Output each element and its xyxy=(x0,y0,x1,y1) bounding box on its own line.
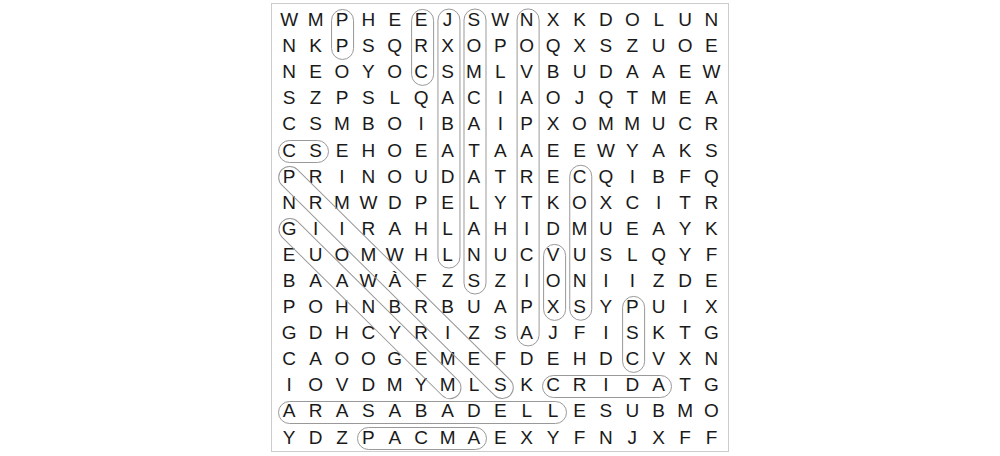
grid-cell[interactable]: M xyxy=(434,346,460,372)
grid-cell[interactable]: H xyxy=(566,346,592,372)
grid-cell[interactable]: V xyxy=(645,346,671,372)
grid-cell[interactable]: C xyxy=(355,320,381,346)
grid-cell[interactable]: N xyxy=(276,190,302,216)
grid-cell[interactable]: D xyxy=(593,346,619,372)
grid-cell[interactable]: S xyxy=(593,398,619,424)
grid-cell[interactable]: U xyxy=(645,33,671,59)
grid-cell[interactable]: I xyxy=(619,164,645,190)
grid-cell[interactable]: A xyxy=(698,85,724,111)
grid-cell[interactable]: L xyxy=(434,216,460,242)
grid-cell[interactable]: X xyxy=(434,33,460,59)
grid-cell[interactable]: C xyxy=(408,59,434,85)
grid-cell[interactable]: V xyxy=(540,242,566,268)
grid-cell[interactable]: R xyxy=(408,33,434,59)
grid-cell[interactable]: U xyxy=(461,294,487,320)
grid-cell[interactable]: C xyxy=(461,85,487,111)
grid-cell[interactable]: Y xyxy=(408,372,434,398)
grid-cell[interactable]: L xyxy=(619,242,645,268)
grid-cell[interactable]: H xyxy=(408,216,434,242)
grid-cell[interactable]: F xyxy=(672,164,698,190)
grid-cell[interactable]: T xyxy=(672,320,698,346)
grid-cell[interactable]: Q xyxy=(593,164,619,190)
grid-cell[interactable]: I xyxy=(487,85,513,111)
grid-cell[interactable]: S xyxy=(593,33,619,59)
grid-cell[interactable]: N xyxy=(276,59,302,85)
grid-cell[interactable]: G xyxy=(276,216,302,242)
grid-cell[interactable]: O xyxy=(382,59,408,85)
grid-cell[interactable]: I xyxy=(329,216,355,242)
grid-cell[interactable]: P xyxy=(329,7,355,33)
grid-cell[interactable]: K xyxy=(566,7,592,33)
grid-cell[interactable]: N xyxy=(698,346,724,372)
grid-cell[interactable]: M xyxy=(645,85,671,111)
grid-cell[interactable]: M xyxy=(672,398,698,424)
grid-cell[interactable]: O xyxy=(619,7,645,33)
grid-cell[interactable]: M xyxy=(461,59,487,85)
grid-cell[interactable]: Q xyxy=(540,33,566,59)
grid-cell[interactable]: O xyxy=(382,164,408,190)
grid-cell[interactable]: A xyxy=(461,216,487,242)
grid-cell[interactable]: P xyxy=(329,85,355,111)
grid-cell[interactable]: S xyxy=(276,85,302,111)
grid-cell[interactable]: O xyxy=(382,111,408,137)
grid-cell[interactable]: D xyxy=(302,425,328,451)
grid-cell[interactable]: P xyxy=(355,425,381,451)
grid-cell[interactable]: C xyxy=(619,346,645,372)
grid-cell[interactable]: U xyxy=(672,7,698,33)
grid-cell[interactable]: O xyxy=(382,137,408,163)
grid-cell[interactable]: D xyxy=(593,59,619,85)
grid-cell[interactable]: S xyxy=(566,294,592,320)
grid-cell[interactable]: D xyxy=(540,216,566,242)
grid-cell[interactable]: G xyxy=(698,320,724,346)
grid-cell[interactable]: A xyxy=(382,216,408,242)
grid-cell[interactable]: I xyxy=(434,320,460,346)
grid-cell[interactable]: A xyxy=(487,137,513,163)
grid-cell[interactable]: X xyxy=(566,33,592,59)
grid-cell[interactable]: B xyxy=(645,164,671,190)
grid-cell[interactable]: A xyxy=(645,372,671,398)
grid-cell[interactable]: A xyxy=(434,398,460,424)
grid-cell[interactable]: R xyxy=(514,164,540,190)
grid-cell[interactable]: M xyxy=(434,372,460,398)
grid-cell[interactable]: C xyxy=(276,346,302,372)
grid-cell[interactable]: C xyxy=(540,372,566,398)
grid-cell[interactable]: P xyxy=(408,190,434,216)
grid-cell[interactable]: U xyxy=(302,242,328,268)
grid-cell[interactable]: O xyxy=(329,346,355,372)
grid-cell[interactable]: T xyxy=(672,190,698,216)
grid-cell[interactable]: Q xyxy=(408,85,434,111)
grid-cell[interactable]: Z xyxy=(461,320,487,346)
grid-cell[interactable]: O xyxy=(698,398,724,424)
grid-cell[interactable]: P xyxy=(487,33,513,59)
grid-cell[interactable]: H xyxy=(408,242,434,268)
grid-cell[interactable]: B xyxy=(382,294,408,320)
grid-cell[interactable]: X xyxy=(514,425,540,451)
grid-cell[interactable]: I xyxy=(276,372,302,398)
grid-cell[interactable]: A xyxy=(461,425,487,451)
grid-cell[interactable]: E xyxy=(408,7,434,33)
grid-cell[interactable]: U xyxy=(593,216,619,242)
grid-cell[interactable]: M xyxy=(329,111,355,137)
grid-cell[interactable]: L xyxy=(487,59,513,85)
grid-cell[interactable]: C xyxy=(566,164,592,190)
board-grid: WMPHEEJSWNXKDOLUNNKPSQRXOPOQXSZUOENEOYOC… xyxy=(276,7,725,451)
grid-cell[interactable]: D xyxy=(355,372,381,398)
grid-cell[interactable]: X xyxy=(593,190,619,216)
grid-cell[interactable]: A xyxy=(645,216,671,242)
grid-cell[interactable]: T xyxy=(619,85,645,111)
grid-cell[interactable]: Z xyxy=(302,85,328,111)
grid-cell[interactable]: W xyxy=(355,268,381,294)
grid-cell[interactable]: L xyxy=(540,398,566,424)
grid-cell[interactable]: M xyxy=(355,242,381,268)
grid-cell[interactable]: E xyxy=(434,190,460,216)
grid-cell[interactable]: A xyxy=(514,137,540,163)
grid-cell[interactable]: F xyxy=(566,320,592,346)
grid-cell[interactable]: A xyxy=(514,320,540,346)
grid-cell[interactable]: C xyxy=(276,111,302,137)
grid-cell[interactable]: S xyxy=(619,320,645,346)
grid-cell[interactable]: P xyxy=(514,294,540,320)
grid-cell[interactable]: E xyxy=(487,425,513,451)
grid-cell[interactable]: A xyxy=(302,346,328,372)
grid-cell[interactable]: N xyxy=(514,7,540,33)
grid-cell[interactable]: I xyxy=(593,320,619,346)
puzzle-frame: WMPHEEJSWNXKDOLUNNKPSQRXOPOQXSZUOENEOYOC… xyxy=(271,3,729,452)
grid-cell[interactable]: H xyxy=(355,7,381,33)
grid-cell[interactable]: O xyxy=(540,268,566,294)
grid-cell[interactable]: A xyxy=(434,137,460,163)
grid-cell[interactable]: F xyxy=(487,346,513,372)
grid-cell[interactable]: M xyxy=(329,190,355,216)
grid-cell[interactable]: P xyxy=(619,294,645,320)
grid-cell[interactable]: E xyxy=(276,242,302,268)
grid-cell[interactable]: R xyxy=(566,372,592,398)
grid-cell[interactable]: O xyxy=(566,190,592,216)
grid-cell[interactable]: N xyxy=(276,33,302,59)
grid-cell[interactable]: B xyxy=(408,398,434,424)
grid-cell[interactable]: A xyxy=(382,425,408,451)
grid-cell[interactable]: S xyxy=(355,33,381,59)
grid-cell[interactable]: Q xyxy=(645,242,671,268)
grid-cell[interactable]: E xyxy=(302,59,328,85)
grid-cell[interactable]: R xyxy=(408,320,434,346)
grid-cell[interactable]: D xyxy=(619,372,645,398)
grid-cell[interactable]: I xyxy=(408,111,434,137)
grid-cell[interactable]: E xyxy=(566,137,592,163)
grid-cell[interactable]: O xyxy=(540,85,566,111)
grid-cell[interactable]: Y xyxy=(619,137,645,163)
grid-cell[interactable]: K xyxy=(645,320,671,346)
grid-cell[interactable]: M xyxy=(566,216,592,242)
grid-cell[interactable]: L xyxy=(514,398,540,424)
grid-cell[interactable]: D xyxy=(302,320,328,346)
grid-cell[interactable]: X xyxy=(540,7,566,33)
grid-cell[interactable]: X xyxy=(645,425,671,451)
grid-cell[interactable]: N xyxy=(461,242,487,268)
grid-cell[interactable]: A xyxy=(514,85,540,111)
grid-cell[interactable]: E xyxy=(540,137,566,163)
grid-cell[interactable]: S xyxy=(461,268,487,294)
grid-cell[interactable]: I xyxy=(329,164,355,190)
grid-cell[interactable]: O xyxy=(302,294,328,320)
grid-cell[interactable]: B xyxy=(434,111,460,137)
grid-cell[interactable]: K xyxy=(698,216,724,242)
grid-cell[interactable]: Y xyxy=(593,294,619,320)
grid-cell[interactable]: Z xyxy=(645,268,671,294)
grid-cell[interactable]: E xyxy=(698,268,724,294)
grid-cell[interactable]: C xyxy=(276,137,302,163)
grid-cell[interactable]: E xyxy=(461,346,487,372)
grid-cell[interactable]: G xyxy=(698,372,724,398)
grid-cell[interactable]: C xyxy=(672,111,698,137)
grid-cell[interactable]: W xyxy=(487,7,513,33)
grid-cell[interactable]: J xyxy=(619,425,645,451)
grid-cell[interactable]: Z xyxy=(329,425,355,451)
grid-cell[interactable]: E xyxy=(698,33,724,59)
grid-cell[interactable]: T xyxy=(487,164,513,190)
grid-cell[interactable]: P xyxy=(276,294,302,320)
grid-cell[interactable]: F xyxy=(698,242,724,268)
grid-cell[interactable]: R xyxy=(302,190,328,216)
grid-cell[interactable]: E xyxy=(408,346,434,372)
grid-cell[interactable]: I xyxy=(302,216,328,242)
grid-cell[interactable]: I xyxy=(645,190,671,216)
grid-cell[interactable]: A xyxy=(461,164,487,190)
grid-cell[interactable]: Y xyxy=(672,242,698,268)
grid-cell[interactable]: S xyxy=(302,137,328,163)
grid-cell[interactable]: O xyxy=(355,346,381,372)
grid-cell[interactable]: X xyxy=(672,346,698,372)
grid-cell[interactable]: D xyxy=(434,164,460,190)
grid-cell[interactable]: E xyxy=(540,164,566,190)
grid-cell[interactable]: L xyxy=(645,7,671,33)
grid-cell[interactable]: Y xyxy=(672,216,698,242)
grid-cell[interactable]: E xyxy=(329,137,355,163)
grid-cell[interactable]: S xyxy=(355,398,381,424)
grid-cell[interactable]: X xyxy=(540,111,566,137)
grid-cell[interactable]: O xyxy=(461,33,487,59)
grid-cell[interactable]: L xyxy=(461,190,487,216)
grid-cell[interactable]: X xyxy=(540,294,566,320)
grid-cell[interactable]: D xyxy=(461,398,487,424)
grid-cell[interactable]: C xyxy=(408,425,434,451)
grid-cell[interactable]: H xyxy=(355,137,381,163)
grid-cell[interactable]: W xyxy=(593,137,619,163)
grid-cell[interactable]: D xyxy=(593,7,619,33)
grid-cell[interactable]: K xyxy=(540,190,566,216)
grid-cell[interactable]: U xyxy=(487,242,513,268)
grid-cell[interactable]: I xyxy=(593,268,619,294)
grid-cell[interactable]: A xyxy=(619,59,645,85)
grid-cell[interactable]: A xyxy=(645,137,671,163)
grid-cell[interactable]: E xyxy=(619,216,645,242)
page: WMPHEEJSWNXKDOLUNNKPSQRXOPOQXSZUOENEOYOC… xyxy=(0,0,1000,456)
grid-cell[interactable]: K xyxy=(672,137,698,163)
grid-cell[interactable]: P xyxy=(276,164,302,190)
grid-cell[interactable]: N xyxy=(355,164,381,190)
grid-cell[interactable]: Z xyxy=(619,33,645,59)
grid-cell[interactable]: M xyxy=(619,111,645,137)
grid-cell[interactable]: E xyxy=(382,7,408,33)
grid-cell[interactable]: K xyxy=(514,372,540,398)
grid-cell[interactable]: A xyxy=(329,268,355,294)
grid-cell[interactable]: W xyxy=(276,7,302,33)
grid-cell[interactable]: M xyxy=(593,111,619,137)
grid-cell[interactable]: H xyxy=(487,216,513,242)
grid-cell[interactable]: M xyxy=(434,425,460,451)
grid-cell[interactable]: S xyxy=(487,320,513,346)
grid-cell[interactable]: A xyxy=(434,85,460,111)
grid-cell[interactable]: O xyxy=(302,372,328,398)
grid-cell[interactable]: H xyxy=(329,294,355,320)
grid-cell[interactable]: Z xyxy=(487,268,513,294)
grid-cell[interactable]: B xyxy=(276,268,302,294)
grid-cell[interactable]: M xyxy=(302,7,328,33)
grid-cell[interactable]: E xyxy=(408,137,434,163)
grid-cell[interactable]: N xyxy=(593,425,619,451)
grid-cell[interactable]: N xyxy=(355,294,381,320)
grid-cell[interactable]: Y xyxy=(355,59,381,85)
grid-cell[interactable]: R xyxy=(698,190,724,216)
grid-cell[interactable]: J xyxy=(540,320,566,346)
grid-cell[interactable]: W xyxy=(355,190,381,216)
grid-cell[interactable]: G xyxy=(382,346,408,372)
grid-cell[interactable]: A xyxy=(461,111,487,137)
grid-cell[interactable]: A xyxy=(645,59,671,85)
grid-cell[interactable]: T xyxy=(461,137,487,163)
grid-cell[interactable]: E xyxy=(672,59,698,85)
grid-cell[interactable]: E xyxy=(487,398,513,424)
grid-cell[interactable]: À xyxy=(382,268,408,294)
grid-cell[interactable]: V xyxy=(329,372,355,398)
grid-cell[interactable]: I xyxy=(672,294,698,320)
grid-cell[interactable]: L xyxy=(382,85,408,111)
grid-cell[interactable]: I xyxy=(593,372,619,398)
grid-cell[interactable]: N xyxy=(566,268,592,294)
grid-cell[interactable]: F xyxy=(566,425,592,451)
grid-cell[interactable]: B xyxy=(645,398,671,424)
grid-cell[interactable]: Y xyxy=(540,425,566,451)
grid-cell[interactable]: P xyxy=(514,111,540,137)
grid-cell[interactable]: S xyxy=(487,372,513,398)
grid-cell[interactable]: T xyxy=(514,190,540,216)
grid-cell[interactable]: A xyxy=(276,398,302,424)
grid-cell[interactable]: K xyxy=(302,33,328,59)
grid-cell[interactable]: F xyxy=(672,425,698,451)
grid-cell[interactable]: F xyxy=(408,268,434,294)
grid-cell[interactable]: M xyxy=(382,372,408,398)
grid-cell[interactable]: U xyxy=(619,398,645,424)
grid-cell[interactable]: U xyxy=(408,164,434,190)
grid-cell[interactable]: A xyxy=(302,268,328,294)
grid-cell[interactable]: R xyxy=(408,294,434,320)
grid-cell[interactable]: T xyxy=(672,372,698,398)
grid-cell[interactable]: Q xyxy=(593,85,619,111)
grid-cell[interactable]: C xyxy=(514,242,540,268)
grid-cell[interactable]: R xyxy=(355,216,381,242)
grid-cell[interactable]: J xyxy=(566,85,592,111)
grid-cell[interactable]: R xyxy=(698,111,724,137)
grid-cell[interactable]: P xyxy=(329,33,355,59)
grid-cell[interactable]: H xyxy=(329,320,355,346)
grid-cell[interactable]: Y xyxy=(276,425,302,451)
grid-cell[interactable]: U xyxy=(566,242,592,268)
grid-cell[interactable]: B xyxy=(434,294,460,320)
grid-cell[interactable]: G xyxy=(276,320,302,346)
grid-cell[interactable]: O xyxy=(672,33,698,59)
grid-cell[interactable]: L xyxy=(434,242,460,268)
grid-cell[interactable]: S xyxy=(355,85,381,111)
grid-cell[interactable]: B xyxy=(355,111,381,137)
grid-cell[interactable]: S xyxy=(593,242,619,268)
grid-cell[interactable]: S xyxy=(434,59,460,85)
grid-cell[interactable]: Q xyxy=(382,33,408,59)
grid-cell[interactable]: S xyxy=(698,137,724,163)
grid-cell[interactable]: R xyxy=(302,164,328,190)
grid-cell[interactable]: R xyxy=(302,398,328,424)
grid-cell[interactable]: O xyxy=(329,59,355,85)
grid-cell[interactable]: O xyxy=(329,242,355,268)
grid-cell[interactable]: E xyxy=(672,85,698,111)
grid-cell[interactable]: I xyxy=(487,111,513,137)
grid-cell[interactable]: W xyxy=(382,242,408,268)
grid-cell[interactable]: A xyxy=(487,294,513,320)
grid-cell[interactable]: I xyxy=(514,268,540,294)
grid-cell[interactable]: J xyxy=(434,7,460,33)
grid-cell[interactable]: N xyxy=(698,7,724,33)
grid-cell[interactable]: S xyxy=(302,111,328,137)
grid-cell[interactable]: U xyxy=(645,294,671,320)
grid-cell[interactable]: E xyxy=(566,398,592,424)
grid-cell[interactable]: C xyxy=(619,190,645,216)
grid-cell[interactable]: I xyxy=(619,268,645,294)
grid-cell[interactable]: Q xyxy=(698,164,724,190)
grid-cell[interactable]: X xyxy=(698,294,724,320)
grid-cell[interactable]: U xyxy=(645,111,671,137)
grid-cell[interactable]: O xyxy=(514,33,540,59)
grid-cell[interactable]: Z xyxy=(434,268,460,294)
grid-cell[interactable]: W xyxy=(698,59,724,85)
grid-cell[interactable]: B xyxy=(540,59,566,85)
grid-cell[interactable]: D xyxy=(514,346,540,372)
grid-cell[interactable]: F xyxy=(698,425,724,451)
grid-cell[interactable]: D xyxy=(672,268,698,294)
grid-cell[interactable]: I xyxy=(514,216,540,242)
grid-cell[interactable]: V xyxy=(514,59,540,85)
grid-cell[interactable]: Y xyxy=(382,320,408,346)
grid-cell[interactable]: L xyxy=(461,372,487,398)
grid-cell[interactable]: A xyxy=(329,398,355,424)
grid-cell[interactable]: D xyxy=(382,190,408,216)
grid-cell[interactable]: Y xyxy=(487,190,513,216)
grid-cell[interactable]: S xyxy=(461,7,487,33)
grid-cell[interactable]: U xyxy=(566,59,592,85)
grid-cell[interactable]: E xyxy=(540,346,566,372)
grid-cell[interactable]: A xyxy=(382,398,408,424)
grid-cell[interactable]: O xyxy=(566,111,592,137)
